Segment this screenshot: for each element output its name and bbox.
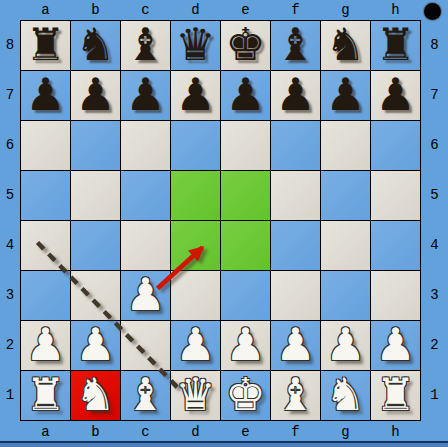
square-a6[interactable] <box>21 121 70 170</box>
rank-label-left-4: 4 <box>0 221 20 270</box>
square-d3[interactable] <box>171 271 220 320</box>
square-d8[interactable]: ♛ <box>171 21 220 70</box>
piece-black-pawn[interactable]: ♟ <box>121 71 170 120</box>
rank-label-left-5: 5 <box>0 171 20 220</box>
square-f4[interactable] <box>271 221 320 270</box>
black-to-move-indicator <box>424 3 441 20</box>
square-d4[interactable] <box>171 221 220 270</box>
file-label-bottom-d: d <box>171 424 220 440</box>
square-f6[interactable] <box>271 121 320 170</box>
square-g8[interactable]: ♞ <box>321 21 370 70</box>
piece-black-bishop[interactable]: ♝ <box>121 21 170 70</box>
square-a7[interactable]: ♟ <box>21 71 70 120</box>
square-c1[interactable]: ♝ <box>121 371 170 420</box>
piece-white-pawn[interactable]: ♟ <box>271 321 320 370</box>
square-f8[interactable]: ♝ <box>271 21 320 70</box>
square-d5[interactable] <box>171 171 220 220</box>
piece-black-pawn[interactable]: ♟ <box>321 71 370 120</box>
square-f7[interactable]: ♟ <box>271 71 320 120</box>
square-g4[interactable] <box>321 221 370 270</box>
piece-black-rook[interactable]: ♜ <box>371 21 420 70</box>
rank-label-left-2: 2 <box>0 321 20 370</box>
piece-white-bishop[interactable]: ♝ <box>271 371 320 420</box>
piece-black-pawn[interactable]: ♟ <box>21 71 70 120</box>
square-e5[interactable] <box>221 171 270 220</box>
piece-black-pawn[interactable]: ♟ <box>171 71 220 120</box>
square-c6[interactable] <box>121 121 170 170</box>
square-c8[interactable]: ♝ <box>121 21 170 70</box>
file-label-top-d: d <box>171 2 220 18</box>
file-label-bottom-f: f <box>271 424 320 440</box>
square-f5[interactable] <box>271 171 320 220</box>
window-bottom-fill <box>0 443 448 447</box>
square-c3[interactable]: ♟ <box>121 271 170 320</box>
file-label-top-a: a <box>21 2 70 18</box>
square-h6[interactable] <box>371 121 420 170</box>
square-a5[interactable] <box>21 171 70 220</box>
square-g3[interactable] <box>321 271 370 320</box>
piece-black-pawn[interactable]: ♟ <box>371 71 420 120</box>
file-label-bottom-e: e <box>221 424 270 440</box>
piece-black-knight[interactable]: ♞ <box>321 21 370 70</box>
square-b7[interactable]: ♟ <box>71 71 120 120</box>
rank-label-left-1: 1 <box>0 371 20 420</box>
square-h8[interactable]: ♜ <box>371 21 420 70</box>
square-h7[interactable]: ♟ <box>371 71 420 120</box>
square-h1[interactable]: ♜ <box>371 371 420 420</box>
piece-white-pawn[interactable]: ♟ <box>171 321 220 370</box>
square-a2[interactable]: ♟ <box>21 321 70 370</box>
piece-white-pawn[interactable]: ♟ <box>121 271 170 320</box>
piece-white-rook[interactable]: ♜ <box>371 371 420 420</box>
piece-black-queen[interactable]: ♛ <box>171 21 220 70</box>
piece-white-pawn[interactable]: ♟ <box>371 321 420 370</box>
piece-black-bishop[interactable]: ♝ <box>271 21 320 70</box>
piece-white-bishop[interactable]: ♝ <box>121 371 170 420</box>
square-h4[interactable] <box>371 221 420 270</box>
rank-label-right-8: 8 <box>421 21 448 70</box>
square-d2[interactable]: ♟ <box>171 321 220 370</box>
square-d1[interactable]: ♛ <box>171 371 220 420</box>
rank-label-left-7: 7 <box>0 71 20 120</box>
piece-white-knight[interactable]: ♞ <box>321 371 370 420</box>
rank-label-right-1: 1 <box>421 371 448 420</box>
square-b2[interactable]: ♟ <box>71 321 120 370</box>
square-a8[interactable]: ♜ <box>21 21 70 70</box>
piece-white-king[interactable]: ♚ <box>221 371 270 420</box>
square-c2[interactable] <box>121 321 170 370</box>
piece-black-pawn[interactable]: ♟ <box>221 71 270 120</box>
square-b8[interactable]: ♞ <box>71 21 120 70</box>
file-label-top-g: g <box>321 2 370 18</box>
square-d7[interactable]: ♟ <box>171 71 220 120</box>
piece-white-pawn[interactable]: ♟ <box>221 321 270 370</box>
file-label-bottom-g: g <box>321 424 370 440</box>
piece-black-rook[interactable]: ♜ <box>21 21 70 70</box>
chessboard-window: ♜♞♝♛♚♝♞♜♟♟♟♟♟♟♟♟♟♟♟♟♟♟♟♟♜♞♝♛♚♝♞♜ aabbccd… <box>0 0 448 447</box>
square-b5[interactable] <box>71 171 120 220</box>
square-f1[interactable]: ♝ <box>271 371 320 420</box>
file-label-bottom-b: b <box>71 424 120 440</box>
square-a1[interactable]: ♜ <box>21 371 70 420</box>
square-e7[interactable]: ♟ <box>221 71 270 120</box>
square-e2[interactable]: ♟ <box>221 321 270 370</box>
file-label-top-b: b <box>71 2 120 18</box>
file-label-top-f: f <box>271 2 320 18</box>
piece-black-king[interactable]: ♚ <box>221 21 270 70</box>
board-grid: ♜♞♝♛♚♝♞♜♟♟♟♟♟♟♟♟♟♟♟♟♟♟♟♟♜♞♝♛♚♝♞♜ <box>20 20 421 421</box>
rank-label-left-3: 3 <box>0 271 20 320</box>
piece-white-queen[interactable]: ♛ <box>171 371 220 420</box>
file-label-top-c: c <box>121 2 170 18</box>
square-d6[interactable] <box>171 121 220 170</box>
square-e1[interactable]: ♚ <box>221 371 270 420</box>
square-g2[interactable]: ♟ <box>321 321 370 370</box>
square-a3[interactable] <box>21 271 70 320</box>
square-b3[interactable] <box>71 271 120 320</box>
square-g7[interactable]: ♟ <box>321 71 370 120</box>
square-e6[interactable] <box>221 121 270 170</box>
piece-white-rook[interactable]: ♜ <box>21 371 70 420</box>
piece-white-knight[interactable]: ♞ <box>71 371 120 420</box>
piece-white-pawn[interactable]: ♟ <box>71 321 120 370</box>
rank-label-right-4: 4 <box>421 221 448 270</box>
square-g1[interactable]: ♞ <box>321 371 370 420</box>
rank-label-left-8: 8 <box>0 21 20 70</box>
rank-label-right-2: 2 <box>421 321 448 370</box>
piece-black-pawn[interactable]: ♟ <box>271 71 320 120</box>
file-label-bottom-h: h <box>371 424 420 440</box>
piece-white-pawn[interactable]: ♟ <box>321 321 370 370</box>
square-e3[interactable] <box>221 271 270 320</box>
rank-label-right-6: 6 <box>421 121 448 170</box>
file-label-bottom-c: c <box>121 424 170 440</box>
rank-label-right-7: 7 <box>421 71 448 120</box>
piece-white-pawn[interactable]: ♟ <box>21 321 70 370</box>
square-b6[interactable] <box>71 121 120 170</box>
square-e8[interactable]: ♚ <box>221 21 270 70</box>
square-h2[interactable]: ♟ <box>371 321 420 370</box>
piece-black-knight[interactable]: ♞ <box>71 21 120 70</box>
square-a4[interactable] <box>21 221 70 270</box>
file-label-bottom-a: a <box>21 424 70 440</box>
square-e4[interactable] <box>221 221 270 270</box>
square-f3[interactable] <box>271 271 320 320</box>
square-c7[interactable]: ♟ <box>121 71 170 120</box>
square-h5[interactable] <box>371 171 420 220</box>
square-g6[interactable] <box>321 121 370 170</box>
rank-label-right-3: 3 <box>421 271 448 320</box>
rank-label-left-6: 6 <box>0 121 20 170</box>
square-b4[interactable] <box>71 221 120 270</box>
square-g5[interactable] <box>321 171 370 220</box>
file-label-top-e: e <box>221 2 270 18</box>
square-b1[interactable]: ♞ <box>71 371 120 420</box>
rank-label-right-5: 5 <box>421 171 448 220</box>
square-f2[interactable]: ♟ <box>271 321 320 370</box>
file-label-top-h: h <box>371 2 420 18</box>
piece-black-pawn[interactable]: ♟ <box>71 71 120 120</box>
square-c5[interactable] <box>121 171 170 220</box>
square-c4[interactable] <box>121 221 170 270</box>
square-h3[interactable] <box>371 271 420 320</box>
